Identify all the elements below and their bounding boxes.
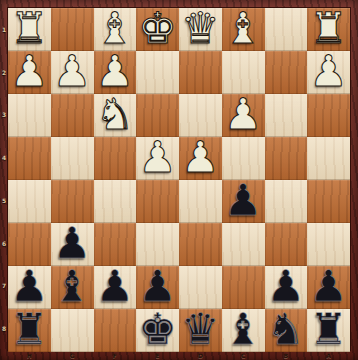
- square-e8[interactable]: ♚: [136, 309, 179, 352]
- rank-label-4: 4: [0, 136, 8, 179]
- white-knight-piece: ♞: [96, 93, 135, 136]
- black-pawn-piece: ♟: [96, 265, 135, 308]
- file-label-d: D: [179, 350, 222, 360]
- square-h7[interactable]: ♟: [8, 266, 51, 309]
- square-d6[interactable]: [179, 223, 222, 266]
- square-g7[interactable]: ♝: [51, 266, 94, 309]
- black-bishop-piece: ♝: [224, 308, 263, 351]
- square-c4[interactable]: [222, 137, 265, 180]
- square-a3[interactable]: [307, 94, 350, 137]
- square-f1[interactable]: ♝: [94, 8, 137, 51]
- square-g3[interactable]: [51, 94, 94, 137]
- square-g8[interactable]: [51, 309, 94, 352]
- square-c8[interactable]: ♝: [222, 309, 265, 352]
- chess-board-frame: ♜♝♚♛♝♜♟♟♟♟♞♟♟♟♟♟♟♝♟♟♟♟♜♚♛♝♞♜ 12345678HGF…: [0, 0, 358, 360]
- square-a2[interactable]: ♟: [307, 51, 350, 94]
- square-f3[interactable]: ♞: [94, 94, 137, 137]
- white-pawn-piece: ♟: [96, 50, 135, 93]
- rank-label-3: 3: [0, 94, 8, 137]
- chess-board: ♜♝♚♛♝♜♟♟♟♟♞♟♟♟♟♟♟♝♟♟♟♟♜♚♛♝♞♜: [8, 8, 350, 350]
- white-king-piece: ♚: [138, 7, 177, 50]
- square-d3[interactable]: [179, 94, 222, 137]
- square-c6[interactable]: [222, 223, 265, 266]
- file-label-c: C: [222, 350, 265, 360]
- square-g4[interactable]: [51, 137, 94, 180]
- black-pawn-piece: ♟: [224, 179, 263, 222]
- square-c3[interactable]: ♟: [222, 94, 265, 137]
- square-h6[interactable]: [8, 223, 51, 266]
- square-a4[interactable]: [307, 137, 350, 180]
- square-h4[interactable]: [8, 137, 51, 180]
- square-c2[interactable]: [222, 51, 265, 94]
- square-c5[interactable]: ♟: [222, 180, 265, 223]
- black-pawn-piece: ♟: [10, 265, 49, 308]
- file-label-g: G: [51, 350, 94, 360]
- square-a1[interactable]: ♜: [307, 8, 350, 51]
- square-d1[interactable]: ♛: [179, 8, 222, 51]
- square-e3[interactable]: [136, 94, 179, 137]
- square-g1[interactable]: [51, 8, 94, 51]
- file-label-b: B: [265, 350, 308, 360]
- square-b1[interactable]: [265, 8, 308, 51]
- white-queen-piece: ♛: [181, 7, 220, 50]
- square-e1[interactable]: ♚: [136, 8, 179, 51]
- file-label-f: F: [94, 350, 137, 360]
- square-d5[interactable]: [179, 180, 222, 223]
- square-c1[interactable]: ♝: [222, 8, 265, 51]
- square-f4[interactable]: [94, 137, 137, 180]
- white-pawn-piece: ♟: [224, 93, 263, 136]
- square-b3[interactable]: [265, 94, 308, 137]
- square-e2[interactable]: [136, 51, 179, 94]
- square-d4[interactable]: ♟: [179, 137, 222, 180]
- square-b4[interactable]: [265, 137, 308, 180]
- square-h3[interactable]: [8, 94, 51, 137]
- black-pawn-piece: ♟: [267, 265, 306, 308]
- square-g2[interactable]: ♟: [51, 51, 94, 94]
- square-h2[interactable]: ♟: [8, 51, 51, 94]
- black-knight-piece: ♞: [267, 308, 306, 351]
- square-g5[interactable]: [51, 180, 94, 223]
- square-d7[interactable]: [179, 266, 222, 309]
- white-pawn-piece: ♟: [309, 50, 348, 93]
- black-bishop-piece: ♝: [53, 265, 92, 308]
- square-h5[interactable]: [8, 180, 51, 223]
- square-f2[interactable]: ♟: [94, 51, 137, 94]
- black-rook-piece: ♜: [309, 308, 348, 351]
- black-king-piece: ♚: [138, 308, 177, 351]
- white-rook-piece: ♜: [309, 7, 348, 50]
- rank-label-6: 6: [0, 222, 8, 265]
- rank-label-7: 7: [0, 265, 8, 308]
- square-b8[interactable]: ♞: [265, 309, 308, 352]
- square-c7[interactable]: [222, 266, 265, 309]
- white-bishop-piece: ♝: [224, 7, 263, 50]
- file-label-h: H: [8, 350, 51, 360]
- file-label-a: A: [307, 350, 350, 360]
- white-rook-piece: ♜: [10, 7, 49, 50]
- square-h1[interactable]: ♜: [8, 8, 51, 51]
- square-d8[interactable]: ♛: [179, 309, 222, 352]
- black-pawn-piece: ♟: [53, 222, 92, 265]
- black-pawn-piece: ♟: [138, 265, 177, 308]
- black-pawn-piece: ♟: [309, 265, 348, 308]
- square-h8[interactable]: ♜: [8, 309, 51, 352]
- square-a7[interactable]: ♟: [307, 266, 350, 309]
- square-b5[interactable]: [265, 180, 308, 223]
- square-b6[interactable]: [265, 223, 308, 266]
- rank-label-5: 5: [0, 179, 8, 222]
- square-a5[interactable]: [307, 180, 350, 223]
- square-d2[interactable]: [179, 51, 222, 94]
- square-f6[interactable]: [94, 223, 137, 266]
- square-f8[interactable]: [94, 309, 137, 352]
- rank-label-1: 1: [0, 8, 8, 51]
- white-pawn-piece: ♟: [53, 50, 92, 93]
- white-pawn-piece: ♟: [138, 136, 177, 179]
- square-f7[interactable]: ♟: [94, 266, 137, 309]
- square-e5[interactable]: [136, 180, 179, 223]
- square-e6[interactable]: [136, 223, 179, 266]
- square-b2[interactable]: [265, 51, 308, 94]
- rank-label-2: 2: [0, 51, 8, 94]
- white-bishop-piece: ♝: [96, 7, 135, 50]
- square-e4[interactable]: ♟: [136, 137, 179, 180]
- square-a8[interactable]: ♜: [307, 309, 350, 352]
- white-pawn-piece: ♟: [10, 50, 49, 93]
- file-label-e: E: [136, 350, 179, 360]
- square-g6[interactable]: ♟: [51, 223, 94, 266]
- rank-label-8: 8: [0, 307, 8, 350]
- square-e7[interactable]: ♟: [136, 266, 179, 309]
- square-b7[interactable]: ♟: [265, 266, 308, 309]
- black-rook-piece: ♜: [10, 308, 49, 351]
- square-a6[interactable]: [307, 223, 350, 266]
- square-f5[interactable]: [94, 180, 137, 223]
- black-queen-piece: ♛: [181, 308, 220, 351]
- white-pawn-piece: ♟: [181, 136, 220, 179]
